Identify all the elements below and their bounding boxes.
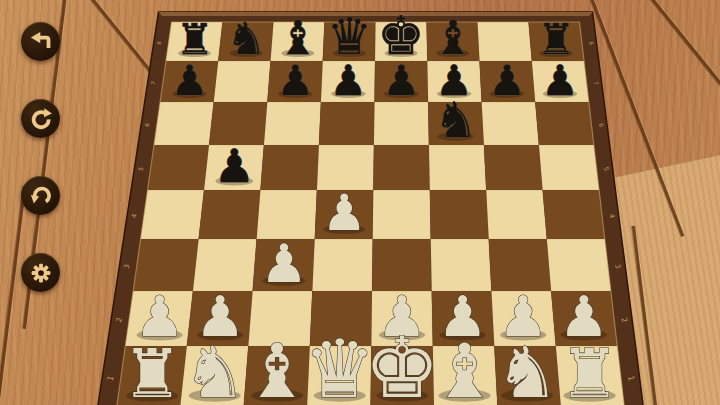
piece-black-pawn-c7[interactable]: ♟ xyxy=(277,56,314,105)
square-e5[interactable] xyxy=(373,145,430,190)
piece-white-knight-g1[interactable]: ♞ xyxy=(495,331,558,405)
square-c6[interactable] xyxy=(264,102,321,145)
restart-button[interactable] xyxy=(21,99,60,138)
piece-white-pawn-d4[interactable]: ♟ xyxy=(322,184,367,242)
piece-black-pawn-a7[interactable]: ♟ xyxy=(171,56,208,105)
square-f4[interactable] xyxy=(430,190,489,239)
counterclockwise-arrow-icon xyxy=(26,181,56,211)
undo-button[interactable] xyxy=(21,176,60,215)
square-d3[interactable] xyxy=(312,239,372,291)
square-b7[interactable] xyxy=(214,61,271,102)
board-frame-highlight xyxy=(159,12,593,16)
square-b4[interactable] xyxy=(199,190,261,239)
piece-white-pawn-c3[interactable]: ♟ xyxy=(260,233,308,294)
piece-black-pawn-e7[interactable]: ♟ xyxy=(382,56,419,105)
piece-black-pawn-g7[interactable]: ♟ xyxy=(488,56,525,105)
square-h6[interactable] xyxy=(535,102,594,145)
piece-black-pawn-d7[interactable]: ♟ xyxy=(330,56,367,105)
square-h5[interactable] xyxy=(539,145,599,190)
square-d6[interactable] xyxy=(319,102,375,145)
square-f5[interactable] xyxy=(429,145,486,190)
piece-black-knight-b8[interactable]: ♞ xyxy=(226,13,266,64)
square-g4[interactable] xyxy=(486,190,547,239)
piece-white-knight-b1[interactable]: ♞ xyxy=(183,331,246,405)
gear-icon xyxy=(26,258,56,288)
piece-white-rook-a1[interactable]: ♜ xyxy=(122,335,182,405)
piece-black-pawn-h7[interactable]: ♟ xyxy=(541,56,578,105)
clockwise-arrow-icon xyxy=(26,104,56,134)
piece-black-knight-f6[interactable]: ♞ xyxy=(434,92,478,149)
square-g5[interactable] xyxy=(484,145,543,190)
piece-white-rook-h1[interactable]: ♜ xyxy=(560,335,620,405)
square-e4[interactable] xyxy=(373,190,431,239)
piece-white-bishop-f1[interactable]: ♝ xyxy=(431,328,498,405)
return-arrow-icon xyxy=(26,27,56,57)
chess-board: 8877665544332211♜♞♝♛♚♝♜♟♟♟♟♟♟♟♞♟♟♟♟♟♟♟♟♟… xyxy=(0,0,720,405)
back-button[interactable] xyxy=(21,22,60,61)
square-e6[interactable] xyxy=(374,102,429,145)
piece-white-bishop-c1[interactable]: ♝ xyxy=(244,328,311,405)
square-c5[interactable] xyxy=(260,145,319,190)
chess-app-screen: 8877665544332211♜♞♝♛♚♝♜♟♟♟♟♟♟♟♞♟♟♟♟♟♟♟♟♟… xyxy=(0,0,720,405)
piece-black-pawn-b5[interactable]: ♟ xyxy=(214,139,255,193)
square-g6[interactable] xyxy=(482,102,539,145)
piece-white-king-e1[interactable]: ♚ xyxy=(364,319,440,405)
square-a4[interactable] xyxy=(141,190,204,239)
settings-button[interactable] xyxy=(21,253,60,292)
square-a5[interactable] xyxy=(148,145,209,190)
square-h4[interactable] xyxy=(543,190,605,239)
square-a6[interactable] xyxy=(154,102,214,145)
